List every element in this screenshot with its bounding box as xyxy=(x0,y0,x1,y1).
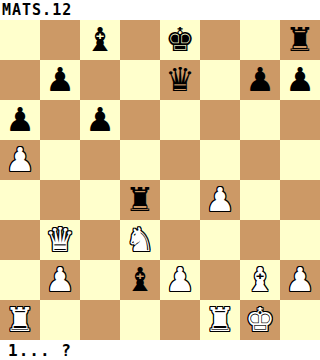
white-pawn: ♟ xyxy=(280,260,320,300)
square-c2[interactable] xyxy=(80,260,120,300)
black-queen: ♛ xyxy=(160,60,200,100)
white-pawn: ♟ xyxy=(160,260,200,300)
square-e2[interactable]: ♟ xyxy=(160,260,200,300)
black-pawn: ♟ xyxy=(80,100,120,140)
square-g2[interactable]: ♝ xyxy=(240,260,280,300)
square-a2[interactable] xyxy=(0,260,40,300)
square-d6[interactable] xyxy=(120,100,160,140)
square-e3[interactable] xyxy=(160,220,200,260)
black-rook: ♜ xyxy=(280,20,320,60)
white-rook: ♜ xyxy=(0,300,40,340)
square-g5[interactable] xyxy=(240,140,280,180)
square-e6[interactable] xyxy=(160,100,200,140)
square-e1[interactable] xyxy=(160,300,200,340)
square-b8[interactable] xyxy=(40,20,80,60)
square-a1[interactable]: ♜ xyxy=(0,300,40,340)
square-g7[interactable]: ♟ xyxy=(240,60,280,100)
square-a4[interactable] xyxy=(0,180,40,220)
white-queen: ♛ xyxy=(40,220,80,260)
square-c6[interactable]: ♟ xyxy=(80,100,120,140)
square-c3[interactable] xyxy=(80,220,120,260)
square-c5[interactable] xyxy=(80,140,120,180)
square-h6[interactable] xyxy=(280,100,320,140)
square-b7[interactable]: ♟ xyxy=(40,60,80,100)
square-b4[interactable] xyxy=(40,180,80,220)
square-b5[interactable] xyxy=(40,140,80,180)
square-d5[interactable] xyxy=(120,140,160,180)
square-e8[interactable]: ♚ xyxy=(160,20,200,60)
square-c7[interactable] xyxy=(80,60,120,100)
puzzle-title: MATS.12 xyxy=(0,0,320,20)
black-pawn: ♟ xyxy=(40,60,80,100)
square-b2[interactable]: ♟ xyxy=(40,260,80,300)
square-g8[interactable] xyxy=(240,20,280,60)
square-g4[interactable] xyxy=(240,180,280,220)
square-b1[interactable] xyxy=(40,300,80,340)
white-rook: ♜ xyxy=(200,300,240,340)
square-h7[interactable]: ♟ xyxy=(280,60,320,100)
black-king: ♚ xyxy=(160,20,200,60)
square-d7[interactable] xyxy=(120,60,160,100)
black-pawn: ♟ xyxy=(0,100,40,140)
square-e7[interactable]: ♛ xyxy=(160,60,200,100)
square-c8[interactable]: ♝ xyxy=(80,20,120,60)
square-f6[interactable] xyxy=(200,100,240,140)
square-f8[interactable] xyxy=(200,20,240,60)
square-e4[interactable] xyxy=(160,180,200,220)
white-pawn: ♟ xyxy=(0,140,40,180)
square-a8[interactable] xyxy=(0,20,40,60)
square-h4[interactable] xyxy=(280,180,320,220)
black-rook: ♜ xyxy=(120,180,160,220)
square-c1[interactable] xyxy=(80,300,120,340)
square-f2[interactable] xyxy=(200,260,240,300)
square-e5[interactable] xyxy=(160,140,200,180)
square-a3[interactable] xyxy=(0,220,40,260)
square-h8[interactable]: ♜ xyxy=(280,20,320,60)
square-f3[interactable] xyxy=(200,220,240,260)
square-g6[interactable] xyxy=(240,100,280,140)
square-b6[interactable] xyxy=(40,100,80,140)
square-g1[interactable]: ♚ xyxy=(240,300,280,340)
square-h5[interactable] xyxy=(280,140,320,180)
square-d4[interactable]: ♜ xyxy=(120,180,160,220)
chess-board: ♝♚♜♟♛♟♟♟♟♟♜♟♛♞♟♝♟♝♟♜♜♚ xyxy=(0,20,320,340)
square-d8[interactable] xyxy=(120,20,160,60)
chess-app-window: MATS.12 ♝♚♜♟♛♟♟♟♟♟♜♟♛♞♟♝♟♝♟♜♜♚ 1... ? xyxy=(0,0,320,360)
white-king: ♚ xyxy=(240,300,280,340)
square-h2[interactable]: ♟ xyxy=(280,260,320,300)
square-h1[interactable] xyxy=(280,300,320,340)
square-d2[interactable]: ♝ xyxy=(120,260,160,300)
square-f4[interactable]: ♟ xyxy=(200,180,240,220)
square-c4[interactable] xyxy=(80,180,120,220)
square-f5[interactable] xyxy=(200,140,240,180)
white-pawn: ♟ xyxy=(200,180,240,220)
square-a6[interactable]: ♟ xyxy=(0,100,40,140)
black-bishop: ♝ xyxy=(120,260,160,300)
square-f7[interactable] xyxy=(200,60,240,100)
black-pawn: ♟ xyxy=(280,60,320,100)
square-d1[interactable] xyxy=(120,300,160,340)
black-pawn: ♟ xyxy=(240,60,280,100)
move-prompt: 1... ? xyxy=(0,340,320,360)
white-knight: ♞ xyxy=(120,220,160,260)
square-b3[interactable]: ♛ xyxy=(40,220,80,260)
black-bishop: ♝ xyxy=(80,20,120,60)
square-f1[interactable]: ♜ xyxy=(200,300,240,340)
square-d3[interactable]: ♞ xyxy=(120,220,160,260)
white-bishop: ♝ xyxy=(240,260,280,300)
white-pawn: ♟ xyxy=(40,260,80,300)
square-h3[interactable] xyxy=(280,220,320,260)
square-g3[interactable] xyxy=(240,220,280,260)
square-a7[interactable] xyxy=(0,60,40,100)
square-a5[interactable]: ♟ xyxy=(0,140,40,180)
